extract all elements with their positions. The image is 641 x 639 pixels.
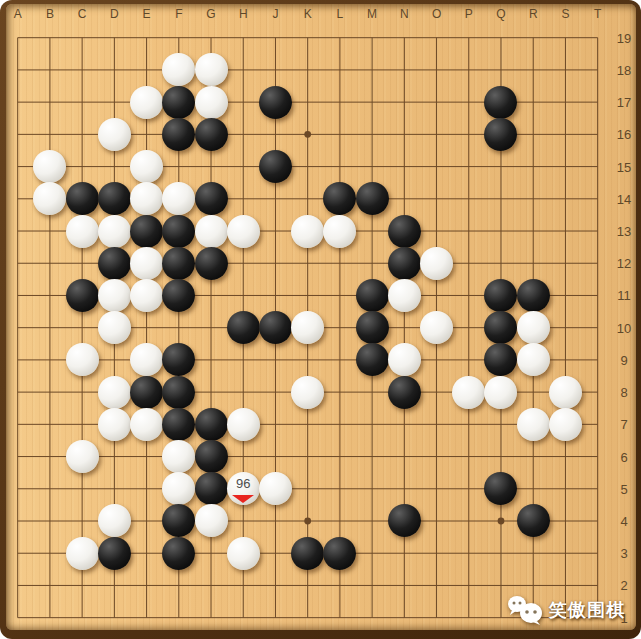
black-stone xyxy=(162,343,195,376)
white-stone xyxy=(549,376,582,409)
move-number-label: 96 xyxy=(227,476,260,491)
black-stone xyxy=(162,537,195,570)
black-stone xyxy=(162,408,195,441)
white-stone xyxy=(98,118,131,151)
black-stone xyxy=(388,247,421,280)
white-stone xyxy=(388,279,421,312)
white-stone xyxy=(420,247,453,280)
row-label: 4 xyxy=(620,514,627,529)
row-label: 18 xyxy=(617,62,631,77)
black-stone xyxy=(484,343,517,376)
row-label: 6 xyxy=(620,449,627,464)
white-stone xyxy=(195,215,228,248)
white-stone xyxy=(227,215,260,248)
column-label: H xyxy=(239,7,248,21)
column-label: S xyxy=(561,7,569,21)
black-stone xyxy=(259,86,292,119)
white-stone xyxy=(130,182,163,215)
row-label: 3 xyxy=(620,546,627,561)
black-stone xyxy=(484,279,517,312)
row-label: 11 xyxy=(617,288,631,303)
column-label: D xyxy=(110,7,119,21)
chat-bubbles-icon xyxy=(507,595,543,625)
white-stone xyxy=(195,53,228,86)
row-label: 12 xyxy=(617,256,631,271)
white-stone xyxy=(130,279,163,312)
white-stone xyxy=(130,247,163,280)
white-stone xyxy=(452,376,485,409)
black-stone xyxy=(195,118,228,151)
black-stone xyxy=(66,182,99,215)
white-stone xyxy=(162,53,195,86)
row-label: 13 xyxy=(617,224,631,239)
black-stone xyxy=(484,118,517,151)
white-stone xyxy=(291,311,324,344)
white-stone xyxy=(98,408,131,441)
white-stone xyxy=(227,537,260,570)
black-stone xyxy=(195,182,228,215)
row-label: 14 xyxy=(617,191,631,206)
last-move-stone: 96 xyxy=(227,472,260,505)
black-stone xyxy=(323,182,356,215)
white-stone xyxy=(195,86,228,119)
white-stone xyxy=(130,150,163,183)
white-stone xyxy=(323,215,356,248)
column-label: P xyxy=(465,7,473,21)
black-stone xyxy=(356,182,389,215)
column-label: R xyxy=(529,7,538,21)
column-label: Q xyxy=(496,7,505,21)
black-stone xyxy=(162,247,195,280)
black-stone xyxy=(130,376,163,409)
row-label: 16 xyxy=(617,127,631,142)
watermark: 笑傲围棋 xyxy=(507,595,625,625)
white-stone xyxy=(66,215,99,248)
black-stone xyxy=(291,537,324,570)
black-stone xyxy=(259,311,292,344)
column-label: C xyxy=(78,7,87,21)
black-stone xyxy=(259,150,292,183)
row-label: 2 xyxy=(620,578,627,593)
white-stone xyxy=(162,440,195,473)
white-stone xyxy=(388,343,421,376)
watermark-text: 笑傲围棋 xyxy=(549,598,625,622)
column-label: T xyxy=(594,7,601,21)
white-stone xyxy=(130,343,163,376)
black-stone xyxy=(195,440,228,473)
white-stone xyxy=(98,311,131,344)
column-label: G xyxy=(206,7,215,21)
black-stone xyxy=(356,343,389,376)
black-stone xyxy=(388,504,421,537)
black-stone xyxy=(388,376,421,409)
white-stone xyxy=(98,279,131,312)
go-app-screenshot: ABCDEFGHJKLMNOPQRST191817161514131211109… xyxy=(0,0,641,639)
white-stone xyxy=(33,150,66,183)
white-stone xyxy=(195,504,228,537)
black-stone xyxy=(323,537,356,570)
row-label: 17 xyxy=(617,95,631,110)
black-stone xyxy=(98,537,131,570)
black-stone xyxy=(517,504,550,537)
black-stone xyxy=(388,215,421,248)
white-stone xyxy=(549,408,582,441)
column-label: F xyxy=(175,7,182,21)
red-triangle-marker-icon xyxy=(232,495,254,503)
white-stone xyxy=(66,440,99,473)
white-stone xyxy=(66,343,99,376)
black-stone xyxy=(162,215,195,248)
black-stone xyxy=(98,182,131,215)
white-stone xyxy=(227,408,260,441)
black-stone xyxy=(195,247,228,280)
white-stone xyxy=(33,182,66,215)
row-label: 7 xyxy=(620,417,627,432)
row-label: 10 xyxy=(617,320,631,335)
white-stone xyxy=(517,343,550,376)
white-stone xyxy=(259,472,292,505)
white-stone xyxy=(484,376,517,409)
black-stone xyxy=(195,472,228,505)
white-stone xyxy=(162,472,195,505)
column-label: B xyxy=(46,7,54,21)
column-label: K xyxy=(304,7,312,21)
row-label: 9 xyxy=(620,352,627,367)
row-label: 5 xyxy=(620,481,627,496)
black-stone xyxy=(162,118,195,151)
white-stone xyxy=(98,215,131,248)
black-stone xyxy=(195,408,228,441)
white-stone xyxy=(517,311,550,344)
white-stone xyxy=(291,215,324,248)
black-stone xyxy=(484,472,517,505)
black-stone xyxy=(356,311,389,344)
black-stone xyxy=(484,86,517,119)
white-stone xyxy=(420,311,453,344)
column-label: N xyxy=(400,7,409,21)
black-stone xyxy=(227,311,260,344)
black-stone xyxy=(484,311,517,344)
row-label: 8 xyxy=(620,385,627,400)
column-label: L xyxy=(337,7,344,21)
white-stone xyxy=(130,408,163,441)
row-label: 19 xyxy=(617,30,631,45)
black-stone xyxy=(162,279,195,312)
white-stone xyxy=(98,376,131,409)
black-stone xyxy=(517,279,550,312)
black-stone xyxy=(162,504,195,537)
white-stone xyxy=(162,182,195,215)
column-label: O xyxy=(432,7,441,21)
black-stone xyxy=(162,376,195,409)
white-stone xyxy=(130,86,163,119)
black-stone xyxy=(356,279,389,312)
column-label: M xyxy=(367,7,377,21)
row-label: 15 xyxy=(617,159,631,174)
black-stone xyxy=(66,279,99,312)
white-stone xyxy=(291,376,324,409)
stone-layer: 96 xyxy=(2,22,614,634)
white-stone xyxy=(66,537,99,570)
column-label: J xyxy=(272,7,278,21)
white-stone xyxy=(517,408,550,441)
white-stone xyxy=(98,504,131,537)
black-stone xyxy=(98,247,131,280)
black-stone xyxy=(162,86,195,119)
column-label: E xyxy=(143,7,151,21)
black-stone xyxy=(130,215,163,248)
column-label: A xyxy=(14,7,22,21)
